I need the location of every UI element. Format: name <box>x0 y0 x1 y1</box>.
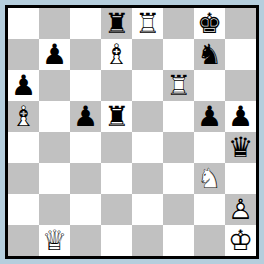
queen-outline-glyph: ♕ <box>39 225 70 256</box>
square-h8[interactable] <box>225 8 256 39</box>
square-h4[interactable]: ♛ <box>225 132 256 163</box>
piece-white-pawn: ♟♙ <box>225 194 256 225</box>
piece-black-rook: ♜ <box>101 101 132 132</box>
square-d6[interactable] <box>101 70 132 101</box>
square-f1[interactable] <box>163 225 194 256</box>
square-h6[interactable] <box>225 70 256 101</box>
square-b1[interactable]: ♛♕ <box>39 225 70 256</box>
piece-black-pawn: ♟ <box>39 39 70 70</box>
king-outline-glyph: ♔ <box>225 225 256 256</box>
square-b4[interactable] <box>39 132 70 163</box>
square-f8[interactable] <box>163 8 194 39</box>
square-c2[interactable] <box>70 194 101 225</box>
piece-white-bishop: ♝♗ <box>8 101 39 132</box>
square-h3[interactable] <box>225 163 256 194</box>
square-h5[interactable]: ♟ <box>225 101 256 132</box>
square-f2[interactable] <box>163 194 194 225</box>
square-a4[interactable] <box>8 132 39 163</box>
square-g4[interactable] <box>194 132 225 163</box>
square-f5[interactable] <box>163 101 194 132</box>
square-e5[interactable] <box>132 101 163 132</box>
square-a6[interactable]: ♟ <box>8 70 39 101</box>
square-d7[interactable]: ♝♗ <box>101 39 132 70</box>
square-a8[interactable] <box>8 8 39 39</box>
square-c5[interactable]: ♟ <box>70 101 101 132</box>
piece-white-knight: ♞♘ <box>194 163 225 194</box>
bishop-outline-glyph: ♗ <box>101 39 132 70</box>
rook-outline-glyph: ♖ <box>132 8 163 39</box>
square-e1[interactable] <box>132 225 163 256</box>
piece-black-pawn: ♟ <box>70 101 101 132</box>
square-a2[interactable] <box>8 194 39 225</box>
square-a3[interactable] <box>8 163 39 194</box>
square-g6[interactable] <box>194 70 225 101</box>
square-d2[interactable] <box>101 194 132 225</box>
square-f7[interactable] <box>163 39 194 70</box>
piece-white-king: ♚♔ <box>225 225 256 256</box>
square-f3[interactable] <box>163 163 194 194</box>
square-f6[interactable]: ♜♖ <box>163 70 194 101</box>
square-b2[interactable] <box>39 194 70 225</box>
square-d8[interactable]: ♜ <box>101 8 132 39</box>
square-f4[interactable] <box>163 132 194 163</box>
piece-black-knight: ♞ <box>194 39 225 70</box>
square-d4[interactable] <box>101 132 132 163</box>
piece-white-bishop: ♝♗ <box>101 39 132 70</box>
piece-black-rook: ♜ <box>101 8 132 39</box>
square-h7[interactable] <box>225 39 256 70</box>
square-b7[interactable]: ♟ <box>39 39 70 70</box>
square-b3[interactable] <box>39 163 70 194</box>
chess-board: ♜♜♖♚♟♝♗♞♟♜♖♝♗♟♜♟♟♛♞♘♟♙♛♕♚♔ <box>5 5 259 259</box>
piece-black-queen: ♛ <box>225 132 256 163</box>
piece-white-rook: ♜♖ <box>163 70 194 101</box>
square-c7[interactable] <box>70 39 101 70</box>
square-d3[interactable] <box>101 163 132 194</box>
square-c8[interactable] <box>70 8 101 39</box>
square-c6[interactable] <box>70 70 101 101</box>
bishop-outline-glyph: ♗ <box>8 101 39 132</box>
board-grid: ♜♜♖♚♟♝♗♞♟♜♖♝♗♟♜♟♟♛♞♘♟♙♛♕♚♔ <box>8 8 256 256</box>
square-e4[interactable] <box>132 132 163 163</box>
square-b8[interactable] <box>39 8 70 39</box>
square-g8[interactable]: ♚ <box>194 8 225 39</box>
square-g7[interactable]: ♞ <box>194 39 225 70</box>
square-c3[interactable] <box>70 163 101 194</box>
square-g1[interactable] <box>194 225 225 256</box>
square-a1[interactable] <box>8 225 39 256</box>
square-g3[interactable]: ♞♘ <box>194 163 225 194</box>
square-c4[interactable] <box>70 132 101 163</box>
square-a7[interactable] <box>8 39 39 70</box>
piece-black-pawn: ♟ <box>8 70 39 101</box>
rook-outline-glyph: ♖ <box>163 70 194 101</box>
square-e7[interactable] <box>132 39 163 70</box>
square-e2[interactable] <box>132 194 163 225</box>
piece-white-rook: ♜♖ <box>132 8 163 39</box>
square-c1[interactable] <box>70 225 101 256</box>
square-d5[interactable]: ♜ <box>101 101 132 132</box>
piece-black-king: ♚ <box>194 8 225 39</box>
square-a5[interactable]: ♝♗ <box>8 101 39 132</box>
piece-black-pawn: ♟ <box>225 101 256 132</box>
square-h1[interactable]: ♚♔ <box>225 225 256 256</box>
square-b6[interactable] <box>39 70 70 101</box>
square-e8[interactable]: ♜♖ <box>132 8 163 39</box>
square-b5[interactable] <box>39 101 70 132</box>
piece-white-queen: ♛♕ <box>39 225 70 256</box>
square-h2[interactable]: ♟♙ <box>225 194 256 225</box>
piece-black-pawn: ♟ <box>194 101 225 132</box>
pawn-outline-glyph: ♙ <box>225 194 256 225</box>
square-g2[interactable] <box>194 194 225 225</box>
knight-outline-glyph: ♘ <box>194 163 225 194</box>
square-e6[interactable] <box>132 70 163 101</box>
square-e3[interactable] <box>132 163 163 194</box>
square-g5[interactable]: ♟ <box>194 101 225 132</box>
square-d1[interactable] <box>101 225 132 256</box>
